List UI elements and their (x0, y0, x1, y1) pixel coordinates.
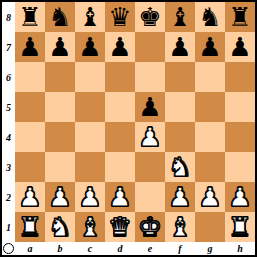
piece-white-queen[interactable]: ♛ (105, 212, 135, 242)
square-b3[interactable] (45, 152, 75, 182)
square-e4[interactable]: ♟ (135, 122, 165, 152)
square-f2[interactable]: ♟ (165, 182, 195, 212)
square-c7[interactable]: ♟ (75, 32, 105, 62)
piece-black-bishop[interactable]: ♝ (75, 2, 105, 32)
square-g3[interactable] (195, 152, 225, 182)
piece-white-pawn[interactable]: ♟ (165, 182, 195, 212)
square-b7[interactable]: ♟ (45, 32, 75, 62)
piece-black-queen[interactable]: ♛ (105, 2, 135, 32)
square-a4[interactable] (15, 122, 45, 152)
rank-label-6: 6 (2, 62, 15, 92)
file-label-d: d (105, 242, 135, 255)
square-g2[interactable]: ♟ (195, 182, 225, 212)
square-c2[interactable]: ♟ (75, 182, 105, 212)
square-b5[interactable] (45, 92, 75, 122)
square-h7[interactable]: ♟ (225, 32, 255, 62)
piece-black-pawn[interactable]: ♟ (165, 32, 195, 62)
turn-indicator-cell (2, 242, 15, 255)
square-h4[interactable] (225, 122, 255, 152)
piece-white-pawn[interactable]: ♟ (15, 182, 45, 212)
square-d6[interactable] (105, 62, 135, 92)
square-h1[interactable]: ♜ (225, 212, 255, 242)
piece-white-rook[interactable]: ♜ (15, 212, 45, 242)
file-label-b: b (45, 242, 75, 255)
square-c4[interactable] (75, 122, 105, 152)
file-label-e: e (135, 242, 165, 255)
turn-indicator (3, 243, 14, 254)
square-d1[interactable]: ♛ (105, 212, 135, 242)
chess-board: ♜♞♝♛♚♝♞♜♟♟♟♟♟♟♟♟♟♞♟♟♟♟♟♟♟♜♞♝♛♚♝♜ (15, 2, 255, 242)
square-c5[interactable] (75, 92, 105, 122)
rank-label-4: 4 (2, 122, 15, 152)
square-f3[interactable]: ♞ (165, 152, 195, 182)
rank-label-2: 2 (2, 182, 15, 212)
square-a7[interactable]: ♟ (15, 32, 45, 62)
piece-black-king[interactable]: ♚ (135, 2, 165, 32)
square-d3[interactable] (105, 152, 135, 182)
piece-white-pawn[interactable]: ♟ (225, 182, 255, 212)
square-c1[interactable]: ♝ (75, 212, 105, 242)
square-d7[interactable]: ♟ (105, 32, 135, 62)
file-label-f: f (165, 242, 195, 255)
square-e8[interactable]: ♚ (135, 2, 165, 32)
square-a5[interactable] (15, 92, 45, 122)
square-g1[interactable] (195, 212, 225, 242)
square-a2[interactable]: ♟ (15, 182, 45, 212)
rank-label-1: 1 (2, 212, 15, 242)
square-e5[interactable]: ♟ (135, 92, 165, 122)
square-h2[interactable]: ♟ (225, 182, 255, 212)
square-e7[interactable] (135, 32, 165, 62)
square-b6[interactable] (45, 62, 75, 92)
square-c3[interactable] (75, 152, 105, 182)
square-e1[interactable]: ♚ (135, 212, 165, 242)
piece-white-pawn[interactable]: ♟ (75, 182, 105, 212)
square-a1[interactable]: ♜ (15, 212, 45, 242)
piece-black-pawn[interactable]: ♟ (195, 32, 225, 62)
square-d5[interactable] (105, 92, 135, 122)
rank-label-5: 5 (2, 92, 15, 122)
piece-black-pawn[interactable]: ♟ (45, 32, 75, 62)
square-b2[interactable]: ♟ (45, 182, 75, 212)
piece-white-pawn[interactable]: ♟ (195, 182, 225, 212)
square-b4[interactable] (45, 122, 75, 152)
rank-label-7: 7 (2, 32, 15, 62)
piece-black-knight[interactable]: ♞ (195, 2, 225, 32)
square-e2[interactable] (135, 182, 165, 212)
piece-black-knight[interactable]: ♞ (45, 2, 75, 32)
piece-black-pawn[interactable]: ♟ (105, 32, 135, 62)
rank-labels: 87654321 (2, 2, 15, 242)
rank-label-3: 3 (2, 152, 15, 182)
file-labels: abcdefgh (15, 242, 255, 255)
square-c8[interactable]: ♝ (75, 2, 105, 32)
file-label-h: h (225, 242, 255, 255)
square-f7[interactable]: ♟ (165, 32, 195, 62)
rank-label-8: 8 (2, 2, 15, 32)
square-g7[interactable]: ♟ (195, 32, 225, 62)
piece-black-rook[interactable]: ♜ (225, 2, 255, 32)
square-a3[interactable] (15, 152, 45, 182)
square-c6[interactable] (75, 62, 105, 92)
square-d4[interactable] (105, 122, 135, 152)
piece-black-pawn[interactable]: ♟ (135, 92, 165, 122)
square-f8[interactable]: ♝ (165, 2, 195, 32)
square-a6[interactable] (15, 62, 45, 92)
chess-diagram: 87654321 ♜♞♝♛♚♝♞♜♟♟♟♟♟♟♟♟♟♞♟♟♟♟♟♟♟♜♞♝♛♚♝… (0, 0, 257, 257)
piece-black-pawn[interactable]: ♟ (225, 32, 255, 62)
square-h8[interactable]: ♜ (225, 2, 255, 32)
square-h5[interactable] (225, 92, 255, 122)
piece-white-bishop[interactable]: ♝ (165, 212, 195, 242)
piece-black-rook[interactable]: ♜ (15, 2, 45, 32)
square-h6[interactable] (225, 62, 255, 92)
square-b8[interactable]: ♞ (45, 2, 75, 32)
square-g8[interactable]: ♞ (195, 2, 225, 32)
square-f6[interactable] (165, 62, 195, 92)
piece-white-rook[interactable]: ♜ (225, 212, 255, 242)
piece-white-pawn[interactable]: ♟ (105, 182, 135, 212)
file-label-g: g (195, 242, 225, 255)
piece-white-knight[interactable]: ♞ (165, 152, 195, 182)
file-label-c: c (75, 242, 105, 255)
piece-white-knight[interactable]: ♞ (45, 212, 75, 242)
square-d8[interactable]: ♛ (105, 2, 135, 32)
square-e6[interactable] (135, 62, 165, 92)
square-g6[interactable] (195, 62, 225, 92)
square-f5[interactable] (165, 92, 195, 122)
square-h3[interactable] (225, 152, 255, 182)
piece-black-bishop[interactable]: ♝ (165, 2, 195, 32)
square-g5[interactable] (195, 92, 225, 122)
file-label-a: a (15, 242, 45, 255)
piece-white-pawn[interactable]: ♟ (45, 182, 75, 212)
square-a8[interactable]: ♜ (15, 2, 45, 32)
piece-black-pawn[interactable]: ♟ (75, 32, 105, 62)
piece-white-king[interactable]: ♚ (135, 212, 165, 242)
square-f4[interactable] (165, 122, 195, 152)
piece-black-pawn[interactable]: ♟ (15, 32, 45, 62)
square-g4[interactable] (195, 122, 225, 152)
square-e3[interactable] (135, 152, 165, 182)
piece-white-pawn[interactable]: ♟ (135, 122, 165, 152)
square-b1[interactable]: ♞ (45, 212, 75, 242)
square-d2[interactable]: ♟ (105, 182, 135, 212)
piece-white-bishop[interactable]: ♝ (75, 212, 105, 242)
square-f1[interactable]: ♝ (165, 212, 195, 242)
